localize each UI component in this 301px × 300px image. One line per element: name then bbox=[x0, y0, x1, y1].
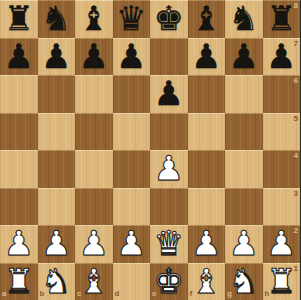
chess-board: ♜♞♝♛♚♝♞♜8♟♟♟♟♟♟♟7♟65♟43♟♟♟♟♛♟♟♟2♜a♞b♝cd♚… bbox=[0, 0, 300, 300]
square-f8[interactable]: ♝ bbox=[188, 0, 226, 38]
square-a3[interactable] bbox=[0, 188, 38, 226]
square-c4[interactable] bbox=[75, 150, 113, 188]
square-a4[interactable] bbox=[0, 150, 38, 188]
square-g1[interactable]: ♞g bbox=[225, 263, 263, 300]
piece-white-pawn[interactable]: ♟ bbox=[225, 225, 263, 263]
square-b3[interactable] bbox=[38, 188, 76, 226]
square-c2[interactable]: ♟ bbox=[75, 225, 113, 263]
square-f4[interactable] bbox=[188, 150, 226, 188]
square-b6[interactable] bbox=[38, 75, 76, 113]
square-d1[interactable]: d bbox=[113, 263, 151, 300]
square-e8[interactable]: ♚ bbox=[150, 0, 188, 38]
piece-white-pawn[interactable]: ♟ bbox=[150, 150, 188, 188]
piece-black-knight[interactable]: ♞ bbox=[225, 0, 263, 38]
square-c8[interactable]: ♝ bbox=[75, 0, 113, 38]
square-b2[interactable]: ♟ bbox=[38, 225, 76, 263]
square-a5[interactable] bbox=[0, 113, 38, 151]
piece-white-pawn[interactable]: ♟ bbox=[0, 225, 38, 263]
piece-black-bishop[interactable]: ♝ bbox=[75, 0, 113, 38]
square-g4[interactable] bbox=[225, 150, 263, 188]
square-a2[interactable]: ♟ bbox=[0, 225, 38, 263]
piece-black-pawn[interactable]: ♟ bbox=[75, 38, 113, 76]
piece-black-pawn[interactable]: ♟ bbox=[0, 38, 38, 76]
square-e7[interactable] bbox=[150, 38, 188, 76]
square-c6[interactable] bbox=[75, 75, 113, 113]
square-e3[interactable] bbox=[150, 188, 188, 226]
square-c5[interactable] bbox=[75, 113, 113, 151]
piece-black-rook[interactable]: ♜ bbox=[0, 0, 38, 38]
square-f2[interactable]: ♟ bbox=[188, 225, 226, 263]
square-b5[interactable] bbox=[38, 113, 76, 151]
piece-black-king[interactable]: ♚ bbox=[150, 0, 188, 38]
square-d5[interactable] bbox=[113, 113, 151, 151]
rank-label-5: 5 bbox=[294, 115, 298, 123]
square-e4[interactable]: ♟ bbox=[150, 150, 188, 188]
square-a8[interactable]: ♜ bbox=[0, 0, 38, 38]
piece-white-pawn[interactable]: ♟ bbox=[75, 225, 113, 263]
square-h1[interactable]: ♜1h bbox=[263, 263, 301, 300]
piece-white-knight[interactable]: ♞ bbox=[38, 263, 76, 300]
piece-white-bishop[interactable]: ♝ bbox=[75, 263, 113, 300]
piece-white-pawn[interactable]: ♟ bbox=[38, 225, 76, 263]
square-d2[interactable]: ♟ bbox=[113, 225, 151, 263]
square-d7[interactable]: ♟ bbox=[113, 38, 151, 76]
piece-black-rook[interactable]: ♜ bbox=[263, 0, 301, 38]
square-a1[interactable]: ♜a bbox=[0, 263, 38, 300]
square-a7[interactable]: ♟ bbox=[0, 38, 38, 76]
square-b7[interactable]: ♟ bbox=[38, 38, 76, 76]
piece-black-queen[interactable]: ♛ bbox=[113, 0, 151, 38]
piece-black-pawn[interactable]: ♟ bbox=[150, 75, 188, 113]
square-b8[interactable]: ♞ bbox=[38, 0, 76, 38]
square-g6[interactable] bbox=[225, 75, 263, 113]
square-b4[interactable] bbox=[38, 150, 76, 188]
piece-black-pawn[interactable]: ♟ bbox=[38, 38, 76, 76]
rank-label-3: 3 bbox=[294, 190, 298, 198]
square-h4[interactable]: 4 bbox=[263, 150, 301, 188]
square-b1[interactable]: ♞b bbox=[38, 263, 76, 300]
piece-white-pawn[interactable]: ♟ bbox=[263, 225, 301, 263]
piece-white-bishop[interactable]: ♝ bbox=[188, 263, 226, 300]
rank-label-4: 4 bbox=[294, 152, 298, 160]
piece-black-knight[interactable]: ♞ bbox=[38, 0, 76, 38]
square-e2[interactable]: ♛ bbox=[150, 225, 188, 263]
piece-black-pawn[interactable]: ♟ bbox=[188, 38, 226, 76]
square-g2[interactable]: ♟ bbox=[225, 225, 263, 263]
square-h8[interactable]: ♜8 bbox=[263, 0, 301, 38]
file-label-d: d bbox=[115, 290, 120, 298]
square-g8[interactable]: ♞ bbox=[225, 0, 263, 38]
piece-white-pawn[interactable]: ♟ bbox=[188, 225, 226, 263]
square-a6[interactable] bbox=[0, 75, 38, 113]
piece-black-pawn[interactable]: ♟ bbox=[113, 38, 151, 76]
square-d6[interactable] bbox=[113, 75, 151, 113]
square-c7[interactable]: ♟ bbox=[75, 38, 113, 76]
piece-white-king[interactable]: ♚ bbox=[150, 263, 188, 300]
square-e5[interactable] bbox=[150, 113, 188, 151]
square-f5[interactable] bbox=[188, 113, 226, 151]
rank-label-6: 6 bbox=[294, 77, 298, 85]
piece-white-rook[interactable]: ♜ bbox=[0, 263, 38, 300]
square-g3[interactable] bbox=[225, 188, 263, 226]
square-d8[interactable]: ♛ bbox=[113, 0, 151, 38]
square-h5[interactable]: 5 bbox=[263, 113, 301, 151]
square-c3[interactable] bbox=[75, 188, 113, 226]
piece-black-pawn[interactable]: ♟ bbox=[263, 38, 301, 76]
square-d3[interactable] bbox=[113, 188, 151, 226]
square-h7[interactable]: ♟7 bbox=[263, 38, 301, 76]
square-f6[interactable] bbox=[188, 75, 226, 113]
square-g5[interactable] bbox=[225, 113, 263, 151]
square-h6[interactable]: 6 bbox=[263, 75, 301, 113]
piece-black-pawn[interactable]: ♟ bbox=[225, 38, 263, 76]
square-h3[interactable]: 3 bbox=[263, 188, 301, 226]
square-e1[interactable]: ♚e bbox=[150, 263, 188, 300]
square-f7[interactable]: ♟ bbox=[188, 38, 226, 76]
square-h2[interactable]: ♟2 bbox=[263, 225, 301, 263]
piece-white-pawn[interactable]: ♟ bbox=[113, 225, 151, 263]
square-g7[interactable]: ♟ bbox=[225, 38, 263, 76]
square-e6[interactable]: ♟ bbox=[150, 75, 188, 113]
piece-white-queen[interactable]: ♛ bbox=[150, 225, 188, 263]
piece-white-rook[interactable]: ♜ bbox=[263, 263, 301, 300]
square-f1[interactable]: ♝f bbox=[188, 263, 226, 300]
square-d4[interactable] bbox=[113, 150, 151, 188]
piece-black-bishop[interactable]: ♝ bbox=[188, 0, 226, 38]
square-f3[interactable] bbox=[188, 188, 226, 226]
square-c1[interactable]: ♝c bbox=[75, 263, 113, 300]
piece-white-knight[interactable]: ♞ bbox=[225, 263, 263, 300]
